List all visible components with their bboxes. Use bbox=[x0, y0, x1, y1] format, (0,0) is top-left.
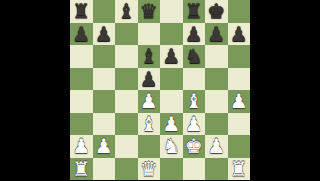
black-pawn[interactable]: ♟ bbox=[72, 23, 90, 45]
black-pawn[interactable]: ♟ bbox=[207, 23, 225, 45]
square-c1[interactable] bbox=[115, 158, 138, 181]
white-pawn[interactable]: ♟ bbox=[72, 135, 90, 157]
square-f7[interactable]: ♟ bbox=[183, 23, 206, 46]
letterbox-left bbox=[0, 0, 70, 180]
white-knight[interactable]: ♞ bbox=[162, 135, 180, 157]
black-pawn[interactable]: ♟ bbox=[185, 23, 203, 45]
square-d5[interactable]: ♟ bbox=[138, 68, 161, 91]
square-d2[interactable] bbox=[138, 135, 161, 158]
square-h8[interactable] bbox=[228, 0, 251, 23]
square-h2[interactable] bbox=[228, 135, 251, 158]
white-pawn[interactable]: ♟ bbox=[162, 113, 180, 135]
square-a6[interactable] bbox=[70, 45, 93, 68]
square-a3[interactable] bbox=[70, 113, 93, 136]
square-d3[interactable]: ♝ bbox=[138, 113, 161, 136]
square-h5[interactable] bbox=[228, 68, 251, 91]
square-g1[interactable] bbox=[205, 158, 228, 181]
square-d7[interactable] bbox=[138, 23, 161, 46]
square-h4[interactable]: ♟ bbox=[228, 90, 251, 113]
square-c4[interactable] bbox=[115, 90, 138, 113]
square-f3[interactable]: ♟ bbox=[183, 113, 206, 136]
white-pawn[interactable]: ♟ bbox=[230, 90, 248, 112]
white-pawn[interactable]: ♟ bbox=[95, 135, 113, 157]
black-bishop[interactable]: ♝ bbox=[117, 0, 135, 22]
square-c2[interactable] bbox=[115, 135, 138, 158]
square-d6[interactable]: ♝ bbox=[138, 45, 161, 68]
square-g7[interactable]: ♟ bbox=[205, 23, 228, 46]
square-f1[interactable] bbox=[183, 158, 206, 181]
white-pawn[interactable]: ♟ bbox=[140, 90, 158, 112]
black-rook[interactable]: ♜ bbox=[72, 0, 90, 22]
square-e3[interactable]: ♟ bbox=[160, 113, 183, 136]
square-e7[interactable] bbox=[160, 23, 183, 46]
black-pawn[interactable]: ♟ bbox=[95, 23, 113, 45]
square-b7[interactable]: ♟ bbox=[93, 23, 116, 46]
square-d4[interactable]: ♟ bbox=[138, 90, 161, 113]
square-f5[interactable] bbox=[183, 68, 206, 91]
square-c5[interactable] bbox=[115, 68, 138, 91]
square-a5[interactable] bbox=[70, 68, 93, 91]
square-g8[interactable]: ♚ bbox=[205, 0, 228, 23]
white-pawn[interactable]: ♟ bbox=[185, 113, 203, 135]
square-f2[interactable]: ♚ bbox=[183, 135, 206, 158]
white-pawn[interactable]: ♟ bbox=[207, 135, 225, 157]
square-b4[interactable] bbox=[93, 90, 116, 113]
white-rook[interactable]: ♜ bbox=[72, 158, 90, 180]
square-h7[interactable]: ♟ bbox=[228, 23, 251, 46]
square-b1[interactable] bbox=[93, 158, 116, 181]
black-pawn[interactable]: ♟ bbox=[162, 45, 180, 67]
square-b8[interactable] bbox=[93, 0, 116, 23]
square-e4[interactable] bbox=[160, 90, 183, 113]
black-knight[interactable]: ♞ bbox=[185, 45, 203, 67]
square-g6[interactable] bbox=[205, 45, 228, 68]
square-c8[interactable]: ♝ bbox=[115, 0, 138, 23]
square-a4[interactable] bbox=[70, 90, 93, 113]
square-e8[interactable] bbox=[160, 0, 183, 23]
letterbox-right bbox=[250, 0, 320, 180]
square-e5[interactable] bbox=[160, 68, 183, 91]
square-b5[interactable] bbox=[93, 68, 116, 91]
square-g2[interactable]: ♟ bbox=[205, 135, 228, 158]
white-rook[interactable]: ♜ bbox=[230, 158, 248, 180]
square-h3[interactable] bbox=[228, 113, 251, 136]
square-a7[interactable]: ♟ bbox=[70, 23, 93, 46]
square-c6[interactable] bbox=[115, 45, 138, 68]
square-g4[interactable] bbox=[205, 90, 228, 113]
black-bishop[interactable]: ♝ bbox=[140, 45, 158, 67]
square-h6[interactable] bbox=[228, 45, 251, 68]
video-frame: ♜♝♛♜♚♟♟♟♟♟♝♟♞♟♟♝♟♝♟♟♟♟♞♚♟♜♛♜ bbox=[0, 0, 320, 180]
square-c3[interactable] bbox=[115, 113, 138, 136]
square-g3[interactable] bbox=[205, 113, 228, 136]
square-h1[interactable]: ♜ bbox=[228, 158, 251, 181]
square-c7[interactable] bbox=[115, 23, 138, 46]
square-g5[interactable] bbox=[205, 68, 228, 91]
black-pawn[interactable]: ♟ bbox=[230, 23, 248, 45]
square-e1[interactable] bbox=[160, 158, 183, 181]
square-b2[interactable]: ♟ bbox=[93, 135, 116, 158]
white-king[interactable]: ♚ bbox=[185, 135, 203, 157]
square-d8[interactable]: ♛ bbox=[138, 0, 161, 23]
square-f6[interactable]: ♞ bbox=[183, 45, 206, 68]
black-king[interactable]: ♚ bbox=[207, 0, 225, 22]
square-a2[interactable]: ♟ bbox=[70, 135, 93, 158]
square-b6[interactable] bbox=[93, 45, 116, 68]
black-queen[interactable]: ♛ bbox=[140, 0, 158, 22]
square-f8[interactable]: ♜ bbox=[183, 0, 206, 23]
chess-board[interactable]: ♜♝♛♜♚♟♟♟♟♟♝♟♞♟♟♝♟♝♟♟♟♟♞♚♟♜♛♜ bbox=[70, 0, 250, 180]
square-e6[interactable]: ♟ bbox=[160, 45, 183, 68]
square-e2[interactable]: ♞ bbox=[160, 135, 183, 158]
black-rook[interactable]: ♜ bbox=[185, 0, 203, 22]
white-bishop[interactable]: ♝ bbox=[140, 113, 158, 135]
square-b3[interactable] bbox=[93, 113, 116, 136]
black-pawn[interactable]: ♟ bbox=[140, 68, 158, 90]
white-queen[interactable]: ♛ bbox=[140, 158, 158, 180]
square-a1[interactable]: ♜ bbox=[70, 158, 93, 181]
square-a8[interactable]: ♜ bbox=[70, 0, 93, 23]
square-f4[interactable]: ♝ bbox=[183, 90, 206, 113]
white-bishop[interactable]: ♝ bbox=[185, 90, 203, 112]
square-d1[interactable]: ♛ bbox=[138, 158, 161, 181]
